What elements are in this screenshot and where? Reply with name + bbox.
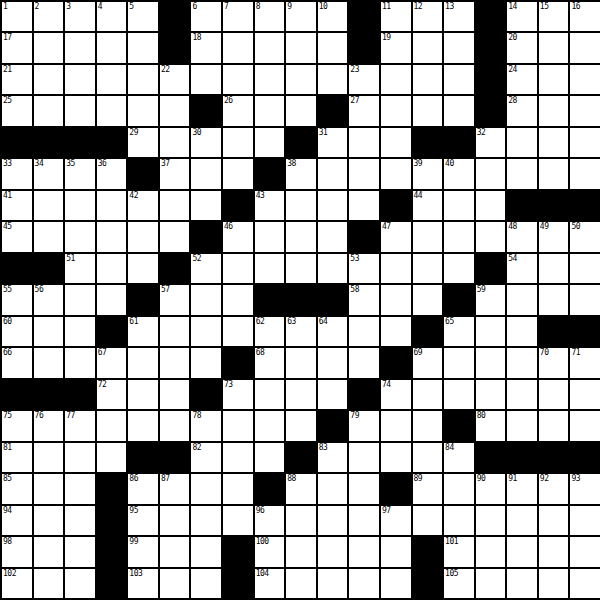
cell-r3-c3[interactable]	[65, 65, 95, 94]
cell-r16-c1[interactable]: 85	[2, 474, 32, 503]
cell-r18-c10[interactable]	[286, 537, 316, 566]
cell-r8-c13[interactable]: 47	[381, 222, 411, 251]
block-cell-r5-c15	[444, 128, 474, 157]
cell-r8-c11[interactable]	[318, 222, 348, 251]
cell-r13-c15[interactable]	[444, 380, 474, 409]
cell-r9-c13[interactable]	[381, 254, 411, 283]
cell-r8-c9[interactable]	[255, 222, 285, 251]
cell-r16-c12[interactable]	[349, 474, 379, 503]
cell-r14-c6[interactable]	[160, 411, 190, 440]
cell-r12-c14[interactable]: 69	[413, 348, 443, 377]
cell-r9-c12[interactable]: 53	[349, 254, 379, 283]
cell-r9-c4[interactable]	[97, 254, 127, 283]
cell-r17-c19[interactable]	[570, 506, 600, 535]
cell-r19-c5[interactable]: 103	[128, 569, 158, 598]
cell-r12-c7[interactable]	[191, 348, 221, 377]
cell-r2-c3[interactable]	[65, 33, 95, 62]
cell-r14-c4[interactable]	[97, 411, 127, 440]
cell-r14-c17[interactable]	[507, 411, 537, 440]
cell-r9-c3[interactable]: 51	[65, 254, 95, 283]
cell-r5-c12[interactable]	[349, 128, 379, 157]
cell-r2-c5[interactable]	[128, 33, 158, 62]
cell-r2-c9[interactable]	[255, 33, 285, 62]
cell-r3-c19[interactable]	[570, 65, 600, 94]
cell-r7-c4[interactable]	[97, 191, 127, 220]
cell-r16-c14[interactable]: 89	[413, 474, 443, 503]
cell-r10-c19[interactable]	[570, 285, 600, 314]
cell-r4-c13[interactable]	[381, 96, 411, 125]
cell-r15-c3[interactable]	[65, 443, 95, 472]
cell-r19-c12[interactable]	[349, 569, 379, 598]
cell-r16-c5[interactable]: 86	[128, 474, 158, 503]
cell-r14-c7[interactable]: 78	[191, 411, 221, 440]
cell-r4-c4[interactable]	[97, 96, 127, 125]
cell-r15-c12[interactable]	[349, 443, 379, 472]
cell-r7-c3[interactable]	[65, 191, 95, 220]
cell-r11-c13[interactable]	[381, 317, 411, 346]
cell-r3-c6[interactable]: 22	[160, 65, 190, 94]
cell-r4-c10[interactable]	[286, 96, 316, 125]
cell-r13-c17[interactable]	[507, 380, 537, 409]
cell-r17-c7[interactable]	[191, 506, 221, 535]
cell-r3-c13[interactable]	[381, 65, 411, 94]
cell-r8-c10[interactable]	[286, 222, 316, 251]
cell-r12-c12[interactable]	[349, 348, 379, 377]
cell-r17-c3[interactable]	[65, 506, 95, 535]
cell-r1-c2[interactable]: 2	[34, 2, 64, 31]
cell-r17-c18[interactable]	[539, 506, 569, 535]
cell-r17-c2[interactable]	[34, 506, 64, 535]
cell-r4-c2[interactable]	[34, 96, 64, 125]
cell-r1-c13[interactable]: 11	[381, 2, 411, 31]
cell-r11-c7[interactable]	[191, 317, 221, 346]
cell-r3-c2[interactable]	[34, 65, 64, 94]
cell-r5-c5[interactable]: 29	[128, 128, 158, 157]
cell-r18-c19[interactable]	[570, 537, 600, 566]
cell-r14-c1[interactable]: 75	[2, 411, 32, 440]
cell-r10-c2[interactable]: 56	[34, 285, 64, 314]
cell-r9-c15[interactable]	[444, 254, 474, 283]
cell-r17-c10[interactable]	[286, 506, 316, 535]
cell-r6-c4[interactable]: 36	[97, 159, 127, 188]
cell-r5-c11[interactable]: 31	[318, 128, 348, 157]
cell-r10-c16[interactable]: 59	[476, 285, 506, 314]
cell-r8-c1[interactable]: 45	[2, 222, 32, 251]
cell-r10-c7[interactable]	[191, 285, 221, 314]
cell-r8-c15[interactable]	[444, 222, 474, 251]
cell-r17-c16[interactable]	[476, 506, 506, 535]
cell-r6-c3[interactable]: 35	[65, 159, 95, 188]
cell-r4-c5[interactable]	[128, 96, 158, 125]
cell-r2-c18[interactable]	[539, 33, 569, 62]
cell-r11-c8[interactable]	[223, 317, 253, 346]
cell-r9-c7[interactable]: 52	[191, 254, 221, 283]
cell-r11-c17[interactable]	[507, 317, 537, 346]
cell-r12-c11[interactable]	[318, 348, 348, 377]
cell-r8-c2[interactable]	[34, 222, 64, 251]
cell-r2-c11[interactable]	[318, 33, 348, 62]
cell-r13-c9[interactable]	[255, 380, 285, 409]
cell-r12-c19[interactable]: 71	[570, 348, 600, 377]
cell-r1-c18[interactable]: 15	[539, 2, 569, 31]
cell-r9-c14[interactable]	[413, 254, 443, 283]
cell-r6-c2[interactable]: 34	[34, 159, 64, 188]
cell-r9-c10[interactable]	[286, 254, 316, 283]
cell-r19-c18[interactable]	[539, 569, 569, 598]
cell-r11-c11[interactable]: 64	[318, 317, 348, 346]
cell-r16-c3[interactable]	[65, 474, 95, 503]
cell-r14-c9[interactable]	[255, 411, 285, 440]
cell-r16-c16[interactable]: 90	[476, 474, 506, 503]
cell-r9-c19[interactable]	[570, 254, 600, 283]
cell-r1-c8[interactable]: 7	[223, 2, 253, 31]
cell-r18-c9[interactable]: 100	[255, 537, 285, 566]
cell-r10-c3[interactable]	[65, 285, 95, 314]
cell-r7-c1[interactable]: 41	[2, 191, 32, 220]
cell-r2-c8[interactable]	[223, 33, 253, 62]
cell-r11-c3[interactable]	[65, 317, 95, 346]
cell-r7-c16[interactable]	[476, 191, 506, 220]
cell-r8-c16[interactable]	[476, 222, 506, 251]
cell-r14-c18[interactable]	[539, 411, 569, 440]
cell-r5-c13[interactable]	[381, 128, 411, 157]
cell-r13-c10[interactable]	[286, 380, 316, 409]
cell-r1-c11[interactable]: 10	[318, 2, 348, 31]
cell-r12-c9[interactable]: 68	[255, 348, 285, 377]
cell-r14-c14[interactable]	[413, 411, 443, 440]
cell-r19-c17[interactable]	[507, 569, 537, 598]
cell-r1-c1[interactable]: 1	[2, 2, 32, 31]
cell-r18-c15[interactable]: 101	[444, 537, 474, 566]
cell-r1-c7[interactable]: 6	[191, 2, 221, 31]
cell-r8-c3[interactable]	[65, 222, 95, 251]
cell-r17-c14[interactable]	[413, 506, 443, 535]
cell-r1-c19[interactable]: 16	[570, 2, 600, 31]
cell-r18-c17[interactable]	[507, 537, 537, 566]
cell-r11-c10[interactable]: 63	[286, 317, 316, 346]
cell-r4-c1[interactable]: 25	[2, 96, 32, 125]
cell-r15-c8[interactable]	[223, 443, 253, 472]
cell-r7-c9[interactable]: 43	[255, 191, 285, 220]
cell-r2-c1[interactable]: 17	[2, 33, 32, 62]
cell-r3-c1[interactable]: 21	[2, 65, 32, 94]
cell-r9-c5[interactable]	[128, 254, 158, 283]
cell-r6-c13[interactable]	[381, 159, 411, 188]
cell-r12-c5[interactable]	[128, 348, 158, 377]
cell-r3-c11[interactable]	[318, 65, 348, 94]
cell-r12-c1[interactable]: 66	[2, 348, 32, 377]
cell-r16-c2[interactable]	[34, 474, 64, 503]
cell-r3-c10[interactable]	[286, 65, 316, 94]
cell-r5-c9[interactable]	[255, 128, 285, 157]
cell-r16-c8[interactable]	[223, 474, 253, 503]
cell-r3-c17[interactable]: 24	[507, 65, 537, 94]
cell-r11-c5[interactable]: 61	[128, 317, 158, 346]
cell-r12-c18[interactable]: 70	[539, 348, 569, 377]
cell-r18-c3[interactable]	[65, 537, 95, 566]
cell-r17-c1[interactable]: 94	[2, 506, 32, 535]
cell-r17-c11[interactable]	[318, 506, 348, 535]
cell-r18-c2[interactable]	[34, 537, 64, 566]
cell-r6-c11[interactable]	[318, 159, 348, 188]
cell-r11-c12[interactable]	[349, 317, 379, 346]
cell-r15-c1[interactable]: 81	[2, 443, 32, 472]
cell-r16-c11[interactable]	[318, 474, 348, 503]
cell-r13-c13[interactable]: 74	[381, 380, 411, 409]
cell-r11-c9[interactable]: 62	[255, 317, 285, 346]
cell-r2-c2[interactable]	[34, 33, 64, 62]
cell-r14-c16[interactable]: 80	[476, 411, 506, 440]
cell-r19-c1[interactable]: 102	[2, 569, 32, 598]
cell-r17-c8[interactable]	[223, 506, 253, 535]
cell-r13-c19[interactable]	[570, 380, 600, 409]
cell-r13-c14[interactable]	[413, 380, 443, 409]
cell-r4-c9[interactable]	[255, 96, 285, 125]
cell-r4-c12[interactable]: 27	[349, 96, 379, 125]
cell-r6-c12[interactable]	[349, 159, 379, 188]
cell-r6-c14[interactable]: 39	[413, 159, 443, 188]
cell-r6-c15[interactable]: 40	[444, 159, 474, 188]
cell-r10-c12[interactable]: 58	[349, 285, 379, 314]
cell-r15-c4[interactable]	[97, 443, 127, 472]
cell-r9-c8[interactable]	[223, 254, 253, 283]
cell-r9-c9[interactable]	[255, 254, 285, 283]
cell-r14-c10[interactable]	[286, 411, 316, 440]
cell-r12-c3[interactable]	[65, 348, 95, 377]
cell-r16-c17[interactable]: 91	[507, 474, 537, 503]
cell-r6-c7[interactable]	[191, 159, 221, 188]
cell-r11-c15[interactable]: 65	[444, 317, 474, 346]
cell-r3-c4[interactable]	[97, 65, 127, 94]
cell-r1-c14[interactable]: 12	[413, 2, 443, 31]
block-cell-r15-c19	[570, 443, 600, 472]
cell-r5-c8[interactable]	[223, 128, 253, 157]
cell-r7-c14[interactable]: 44	[413, 191, 443, 220]
cell-r17-c17[interactable]	[507, 506, 537, 535]
cell-r6-c17[interactable]	[507, 159, 537, 188]
cell-r15-c2[interactable]	[34, 443, 64, 472]
cell-r18-c1[interactable]: 98	[2, 537, 32, 566]
cell-r19-c15[interactable]: 105	[444, 569, 474, 598]
cell-r5-c19[interactable]	[570, 128, 600, 157]
clue-number-7: 7	[224, 2, 228, 11]
cell-r2-c4[interactable]	[97, 33, 127, 62]
cell-r10-c6[interactable]: 57	[160, 285, 190, 314]
cell-r18-c11[interactable]	[318, 537, 348, 566]
cell-r17-c12[interactable]	[349, 506, 379, 535]
cell-r10-c4[interactable]	[97, 285, 127, 314]
cell-r17-c9[interactable]: 96	[255, 506, 285, 535]
cell-r4-c17[interactable]: 28	[507, 96, 537, 125]
cell-r11-c16[interactable]	[476, 317, 506, 346]
cell-r8-c8[interactable]: 46	[223, 222, 253, 251]
cell-r19-c7[interactable]	[191, 569, 221, 598]
cell-r15-c15[interactable]: 84	[444, 443, 474, 472]
cell-r17-c13[interactable]: 97	[381, 506, 411, 535]
cell-r4-c8[interactable]: 26	[223, 96, 253, 125]
cell-r15-c11[interactable]: 83	[318, 443, 348, 472]
cell-r9-c18[interactable]	[539, 254, 569, 283]
cell-r2-c10[interactable]	[286, 33, 316, 62]
cell-r16-c10[interactable]: 88	[286, 474, 316, 503]
cell-r4-c19[interactable]	[570, 96, 600, 125]
cell-r8-c6[interactable]	[160, 222, 190, 251]
cell-r10-c17[interactable]	[507, 285, 537, 314]
cell-r15-c13[interactable]	[381, 443, 411, 472]
cell-r7-c12[interactable]	[349, 191, 379, 220]
cell-r6-c1[interactable]: 33	[2, 159, 32, 188]
cell-r10-c18[interactable]	[539, 285, 569, 314]
cell-r8-c5[interactable]	[128, 222, 158, 251]
cell-r19-c13[interactable]	[381, 569, 411, 598]
clue-number-50: 50	[571, 222, 580, 231]
cell-r8-c19[interactable]: 50	[570, 222, 600, 251]
cell-r2-c19[interactable]	[570, 33, 600, 62]
cell-r5-c18[interactable]	[539, 128, 569, 157]
cell-r19-c11[interactable]	[318, 569, 348, 598]
cell-r6-c18[interactable]	[539, 159, 569, 188]
cell-r13-c8[interactable]: 73	[223, 380, 253, 409]
cell-r12-c15[interactable]	[444, 348, 474, 377]
cell-r19-c19[interactable]	[570, 569, 600, 598]
cell-r15-c14[interactable]	[413, 443, 443, 472]
cell-r16-c6[interactable]: 87	[160, 474, 190, 503]
cell-r12-c2[interactable]	[34, 348, 64, 377]
cell-r13-c6[interactable]	[160, 380, 190, 409]
cell-r4-c14[interactable]	[413, 96, 443, 125]
cell-r7-c11[interactable]	[318, 191, 348, 220]
cell-r15-c9[interactable]	[255, 443, 285, 472]
cell-r18-c16[interactable]	[476, 537, 506, 566]
cell-r14-c13[interactable]	[381, 411, 411, 440]
cell-r18-c18[interactable]	[539, 537, 569, 566]
cell-r4-c18[interactable]	[539, 96, 569, 125]
cell-r7-c6[interactable]	[160, 191, 190, 220]
cell-r7-c15[interactable]	[444, 191, 474, 220]
cell-r8-c14[interactable]	[413, 222, 443, 251]
cell-r1-c9[interactable]: 8	[255, 2, 285, 31]
cell-r1-c17[interactable]: 14	[507, 2, 537, 31]
cell-r5-c16[interactable]: 32	[476, 128, 506, 157]
cell-r10-c13[interactable]	[381, 285, 411, 314]
cell-r18-c7[interactable]	[191, 537, 221, 566]
cell-r18-c5[interactable]: 99	[128, 537, 158, 566]
cell-r11-c6[interactable]	[160, 317, 190, 346]
cell-r16-c15[interactable]	[444, 474, 474, 503]
cell-r1-c4[interactable]: 4	[97, 2, 127, 31]
cell-r11-c1[interactable]: 60	[2, 317, 32, 346]
cell-r1-c15[interactable]: 13	[444, 2, 474, 31]
cell-r1-c3[interactable]: 3	[65, 2, 95, 31]
cell-r12-c17[interactable]	[507, 348, 537, 377]
cell-r12-c6[interactable]	[160, 348, 190, 377]
cell-r2-c15[interactable]	[444, 33, 474, 62]
cell-r9-c11[interactable]	[318, 254, 348, 283]
cell-r17-c6[interactable]	[160, 506, 190, 535]
cell-r2-c17[interactable]: 20	[507, 33, 537, 62]
cell-r6-c8[interactable]	[223, 159, 253, 188]
cell-r18-c13[interactable]	[381, 537, 411, 566]
cell-r1-c10[interactable]: 9	[286, 2, 316, 31]
cell-r16-c7[interactable]	[191, 474, 221, 503]
cell-r10-c14[interactable]	[413, 285, 443, 314]
cell-r7-c7[interactable]	[191, 191, 221, 220]
cell-r12-c16[interactable]	[476, 348, 506, 377]
cell-r3-c5[interactable]	[128, 65, 158, 94]
cell-r10-c8[interactable]	[223, 285, 253, 314]
cell-r14-c5[interactable]	[128, 411, 158, 440]
cell-r12-c4[interactable]: 67	[97, 348, 127, 377]
cell-r13-c16[interactable]	[476, 380, 506, 409]
cell-r13-c4[interactable]: 72	[97, 380, 127, 409]
cell-r7-c10[interactable]	[286, 191, 316, 220]
cell-r14-c2[interactable]: 76	[34, 411, 64, 440]
cell-r4-c15[interactable]	[444, 96, 474, 125]
cell-r7-c5[interactable]: 42	[128, 191, 158, 220]
cell-r17-c5[interactable]: 95	[128, 506, 158, 535]
cell-r16-c18[interactable]: 92	[539, 474, 569, 503]
cell-r7-c2[interactable]	[34, 191, 64, 220]
cell-r6-c6[interactable]: 37	[160, 159, 190, 188]
cell-r2-c14[interactable]	[413, 33, 443, 62]
cell-r4-c6[interactable]	[160, 96, 190, 125]
cell-r6-c16[interactable]	[476, 159, 506, 188]
cell-r16-c19[interactable]: 93	[570, 474, 600, 503]
cell-r14-c3[interactable]: 77	[65, 411, 95, 440]
cell-r3-c12[interactable]: 23	[349, 65, 379, 94]
cell-r19-c9[interactable]: 104	[255, 569, 285, 598]
cell-r8-c4[interactable]	[97, 222, 127, 251]
cell-r5-c17[interactable]	[507, 128, 537, 157]
cell-r14-c8[interactable]	[223, 411, 253, 440]
cell-r17-c15[interactable]	[444, 506, 474, 535]
cell-r5-c7[interactable]: 30	[191, 128, 221, 157]
cell-r5-c6[interactable]	[160, 128, 190, 157]
cell-r12-c10[interactable]	[286, 348, 316, 377]
cell-r10-c1[interactable]: 55	[2, 285, 32, 314]
cell-r1-c5[interactable]: 5	[128, 2, 158, 31]
cell-r3-c18[interactable]	[539, 65, 569, 94]
cell-r19-c10[interactable]	[286, 569, 316, 598]
cell-r18-c12[interactable]	[349, 537, 379, 566]
cell-r3-c7[interactable]	[191, 65, 221, 94]
cell-r8-c18[interactable]: 49	[539, 222, 569, 251]
cell-r3-c14[interactable]	[413, 65, 443, 94]
cell-r13-c18[interactable]	[539, 380, 569, 409]
cell-r11-c2[interactable]	[34, 317, 64, 346]
cell-r3-c8[interactable]	[223, 65, 253, 94]
cell-r6-c19[interactable]	[570, 159, 600, 188]
cell-r13-c5[interactable]	[128, 380, 158, 409]
cell-r8-c17[interactable]: 48	[507, 222, 537, 251]
cell-r14-c12[interactable]: 79	[349, 411, 379, 440]
cell-r3-c15[interactable]	[444, 65, 474, 94]
cell-r14-c19[interactable]	[570, 411, 600, 440]
cell-r4-c3[interactable]	[65, 96, 95, 125]
cell-r2-c7[interactable]: 18	[191, 33, 221, 62]
cell-r19-c2[interactable]	[34, 569, 64, 598]
cell-r6-c10[interactable]: 38	[286, 159, 316, 188]
cell-r3-c9[interactable]	[255, 65, 285, 94]
cell-r2-c13[interactable]: 19	[381, 33, 411, 62]
cell-r15-c7[interactable]: 82	[191, 443, 221, 472]
cell-r19-c3[interactable]	[65, 569, 95, 598]
cell-r9-c17[interactable]: 54	[507, 254, 537, 283]
cell-r13-c11[interactable]	[318, 380, 348, 409]
cell-r19-c16[interactable]	[476, 569, 506, 598]
cell-r19-c6[interactable]	[160, 569, 190, 598]
cell-r18-c6[interactable]	[160, 537, 190, 566]
